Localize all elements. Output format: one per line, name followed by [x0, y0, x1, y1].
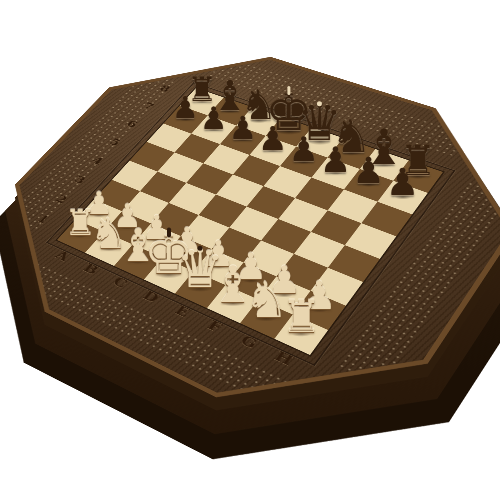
piece-black-pawn-e7[interactable]: ♟ [288, 132, 319, 166]
light-finial-accent [317, 101, 322, 106]
piece-black-pawn-a7[interactable]: ♟ [172, 93, 199, 123]
piece-black-pawn-b7[interactable]: ♟ [200, 103, 228, 134]
piece-black-pawn-f7[interactable]: ♟ [320, 143, 352, 178]
light-finial-accent [287, 86, 291, 95]
dark-finial-accent [167, 228, 171, 237]
dark-finial-accent [197, 246, 202, 251]
chess-product-photo: ABCDEFGH12345678 ♜♝♟♞♟♚♟♛♟♞♟♝♟♜♟♟♟♟♜♟♞♟♝… [0, 0, 500, 500]
piece-black-pawn-c7[interactable]: ♟ [228, 112, 257, 144]
piece-white-rook-h1[interactable]: ♜ [281, 296, 321, 341]
piece-black-pawn-g7[interactable]: ♟ [352, 154, 385, 190]
piece-black-pawn-d7[interactable]: ♟ [258, 122, 288, 155]
piece-black-pawn-h7[interactable]: ♟ [386, 165, 420, 203]
